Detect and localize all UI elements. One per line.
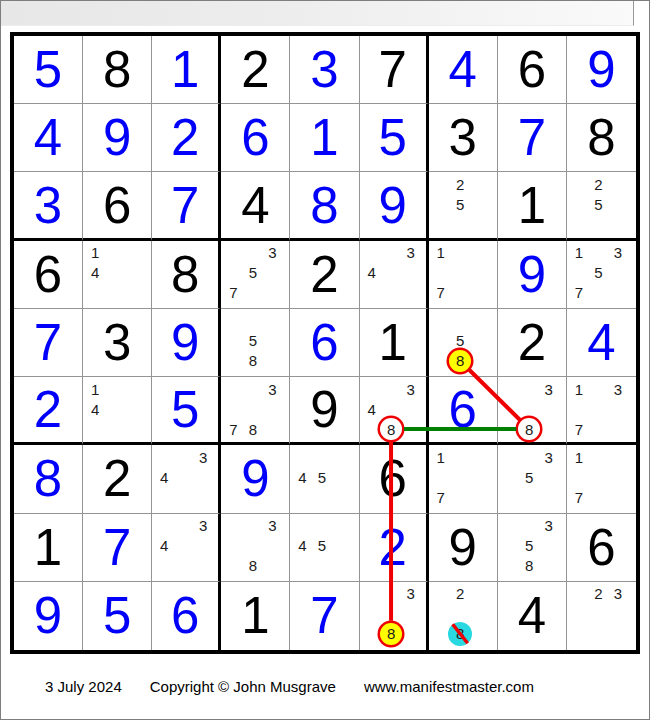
cell-r1c4[interactable]: 2 (221, 36, 290, 104)
solved-digit: 6 (221, 104, 289, 171)
candidate-digit: 3 (262, 379, 282, 399)
candidate-digit: 3 (262, 516, 282, 536)
solved-digit: 5 (83, 582, 151, 650)
given-digit: 8 (152, 241, 218, 308)
solved-digit: 7 (14, 309, 82, 376)
cell-r4c6[interactable]: 34 (360, 241, 429, 309)
cell-r3c1[interactable]: 3 (14, 172, 83, 240)
solved-digit: 9 (14, 582, 82, 650)
candidate-digit: 5 (243, 331, 263, 351)
cell-r1c9[interactable]: 9 (567, 36, 636, 104)
footer-website: www.manifestmaster.com (364, 678, 534, 695)
given-digit: 3 (83, 309, 151, 376)
given-digit: 8 (567, 104, 636, 171)
solved-digit: 6 (152, 582, 218, 650)
cell-r7c6[interactable]: 6 (360, 445, 429, 513)
footer-copyright: Copyright © John Musgrave (150, 678, 336, 695)
candidate-digit: 8 (518, 418, 540, 440)
candidate-digit: 7 (431, 487, 451, 507)
candidate-digit: 8 (243, 419, 263, 439)
sudoku-board-area: 5812374694926153783674892512561483572341… (10, 32, 640, 654)
solved-digit: 7 (83, 514, 151, 581)
candidate-digit: 5 (450, 194, 470, 214)
candidate-digit: 7 (223, 419, 243, 439)
candidate-digit: 3 (401, 379, 421, 399)
cell-r2c4[interactable]: 6 (221, 104, 290, 172)
candidate-digit: 7 (569, 487, 589, 507)
cell-r4c8[interactable]: 9 (498, 241, 567, 309)
cell-r9c4[interactable]: 1 (221, 582, 290, 650)
solved-digit: 6 (429, 377, 497, 442)
candidate-digit: 4 (292, 536, 312, 556)
solved-digit: 4 (567, 309, 636, 376)
given-digit: 6 (567, 514, 636, 581)
cell-r7c3[interactable]: 34 (152, 445, 221, 513)
solved-digit: 9 (360, 172, 426, 237)
cell-r5c5[interactable]: 6 (290, 309, 359, 377)
cell-r6c2[interactable]: 14 (83, 377, 152, 445)
candidate-digit: 8 (243, 351, 263, 371)
solved-digit: 6 (290, 309, 358, 376)
candidate-digit: 7 (569, 419, 589, 439)
cell-r8c9[interactable]: 6 (567, 514, 636, 582)
candidate-digit: 3 (539, 447, 559, 467)
solved-digit: 9 (152, 309, 218, 376)
candidate-digit: 3 (608, 379, 628, 399)
candidate-digit: 8 (380, 418, 402, 440)
solved-digit: 3 (14, 172, 82, 237)
solved-digit: 7 (152, 172, 218, 237)
candidate-digit: 8 (448, 622, 472, 646)
given-digit: 2 (290, 241, 358, 308)
cell-r7c4[interactable]: 9 (221, 445, 290, 513)
candidate-digit: 1 (85, 243, 105, 263)
given-digit: 2 (221, 36, 289, 103)
cell-r2c8[interactable]: 7 (498, 104, 567, 172)
given-digit: 2 (498, 309, 566, 376)
cell-r6c6[interactable]: 348 (360, 377, 429, 445)
cell-r2c1[interactable]: 4 (14, 104, 83, 172)
candidate-digit: 8 (243, 556, 263, 576)
cell-r4c3[interactable]: 8 (152, 241, 221, 309)
cell-r6c4[interactable]: 378 (221, 377, 290, 445)
candidate-digit: 3 (608, 243, 628, 263)
candidate-digit: 1 (569, 243, 589, 263)
candidate-digit: 3 (401, 243, 421, 263)
cell-r9c1[interactable]: 9 (14, 582, 83, 650)
footer-date: 3 July 2024 (45, 678, 122, 695)
cell-r2c2[interactable]: 9 (83, 104, 152, 172)
given-digit: 4 (221, 172, 289, 237)
candidate-digit: 8 (380, 623, 402, 645)
cell-r8c1[interactable]: 1 (14, 514, 83, 582)
solved-digit: 2 (14, 377, 82, 442)
candidate-digit: 2 (588, 174, 608, 194)
cell-r9c8[interactable]: 4 (498, 582, 567, 650)
cell-r9c5[interactable]: 7 (290, 582, 359, 650)
sudoku-app-page: 5812374694926153783674892512561483572341… (0, 0, 650, 720)
cell-r7c5[interactable]: 45 (290, 445, 359, 513)
given-digit: 6 (14, 241, 82, 308)
candidate-digit: 3 (608, 584, 628, 604)
cell-r7c7[interactable]: 17 (429, 445, 498, 513)
candidate-digit: 3 (262, 243, 282, 263)
solved-digit: 1 (290, 104, 358, 171)
candidate-digit: 2 (588, 584, 608, 604)
cell-r6c9[interactable]: 137 (567, 377, 636, 445)
candidate-digit: 3 (193, 516, 213, 536)
cell-r4c4[interactable]: 357 (221, 241, 290, 309)
candidate-digit: 5 (450, 331, 470, 351)
cell-r2c9[interactable]: 8 (567, 104, 636, 172)
candidate-digit: 1 (85, 379, 105, 399)
candidate-digit: 5 (243, 263, 263, 283)
cell-r4c1[interactable]: 6 (14, 241, 83, 309)
cell-r4c5[interactable]: 2 (290, 241, 359, 309)
candidate-digit: 4 (362, 263, 382, 283)
candidate-digit: 1 (569, 379, 589, 399)
solved-digit: 4 (429, 36, 497, 103)
cell-r2c7[interactable]: 3 (429, 104, 498, 172)
cell-r8c4[interactable]: 38 (221, 514, 290, 582)
given-digit: 1 (360, 309, 426, 376)
solved-digit: 5 (152, 377, 218, 442)
solved-digit: 9 (498, 241, 566, 308)
given-digit: 6 (498, 36, 566, 103)
solved-digit: 8 (14, 445, 82, 512)
cell-r3c5[interactable]: 8 (290, 172, 359, 240)
candidate-digit: 7 (431, 283, 451, 303)
solved-digit: 2 (152, 104, 218, 171)
cell-r2c5[interactable]: 1 (290, 104, 359, 172)
cell-r7c2[interactable]: 2 (83, 445, 152, 513)
cell-r8c5[interactable]: 45 (290, 514, 359, 582)
candidate-digit: 5 (312, 536, 332, 556)
cell-r5c1[interactable]: 7 (14, 309, 83, 377)
cell-r3c7[interactable]: 25 (429, 172, 498, 240)
solved-digit: 8 (290, 172, 358, 237)
given-digit: 7 (360, 36, 426, 103)
cell-r6c7[interactable]: 6 (429, 377, 498, 445)
cell-r6c8[interactable]: 38 (498, 377, 567, 445)
candidate-digit: 1 (431, 243, 451, 263)
candidate-digit: 4 (292, 467, 312, 487)
cell-r5c8[interactable]: 2 (498, 309, 567, 377)
cell-r1c6[interactable]: 7 (360, 36, 429, 104)
solved-digit: 9 (83, 104, 151, 171)
cell-r8c6[interactable]: 2 (360, 514, 429, 582)
cell-r1c7[interactable]: 4 (429, 36, 498, 104)
cell-r8c2[interactable]: 7 (83, 514, 152, 582)
cell-r3c3[interactable]: 7 (152, 172, 221, 240)
cell-r9c7[interactable]: 28 (429, 582, 498, 650)
sudoku-board: 5812374694926153783674892512561483572341… (10, 32, 640, 654)
footer: 3 July 2024Copyright © John Musgravewww.… (1, 678, 649, 695)
solved-digit: 3 (290, 36, 358, 103)
cell-r1c2[interactable]: 8 (83, 36, 152, 104)
solved-digit: 5 (360, 104, 426, 171)
cell-r6c3[interactable]: 5 (152, 377, 221, 445)
given-digit: 9 (290, 377, 358, 442)
given-digit: 1 (498, 172, 566, 237)
cell-r3c2[interactable]: 6 (83, 172, 152, 240)
given-digit: 8 (83, 36, 151, 103)
candidate-digit: 1 (569, 447, 589, 467)
candidate-digit: 4 (85, 263, 105, 283)
cell-r5c3[interactable]: 9 (152, 309, 221, 377)
cell-r2c3[interactable]: 2 (152, 104, 221, 172)
given-digit: 1 (221, 582, 289, 650)
cell-r9c3[interactable]: 6 (152, 582, 221, 650)
candidate-digit: 4 (85, 399, 105, 419)
cell-r8c7[interactable]: 9 (429, 514, 498, 582)
candidate-digit: 7 (569, 283, 589, 303)
solved-digit: 9 (221, 445, 289, 512)
cell-r4c2[interactable]: 14 (83, 241, 152, 309)
cell-r4c7[interactable]: 17 (429, 241, 498, 309)
given-digit: 4 (498, 582, 566, 650)
cell-r1c8[interactable]: 6 (498, 36, 567, 104)
cell-r5c7[interactable]: 58 (429, 309, 498, 377)
cell-r3c4[interactable]: 4 (221, 172, 290, 240)
cell-r7c9[interactable]: 17 (567, 445, 636, 513)
candidate-digit: 8 (449, 350, 471, 372)
cell-r8c3[interactable]: 34 (152, 514, 221, 582)
solved-digit: 2 (360, 514, 426, 581)
window-toolbar-strip (1, 1, 634, 26)
solved-digit: 9 (567, 36, 636, 103)
cell-r9c6[interactable]: 38 (360, 582, 429, 650)
candidate-digit: 5 (519, 467, 539, 487)
given-digit: 2 (83, 445, 151, 512)
candidate-digit: 4 (154, 467, 174, 487)
candidate-digit: 3 (539, 516, 559, 536)
cell-r5c2[interactable]: 3 (83, 309, 152, 377)
candidate-digit: 3 (401, 584, 421, 604)
solved-digit: 7 (498, 104, 566, 171)
cell-r1c3[interactable]: 1 (152, 36, 221, 104)
cell-r9c2[interactable]: 5 (83, 582, 152, 650)
candidate-digit: 7 (223, 283, 243, 303)
cell-r3c6[interactable]: 9 (360, 172, 429, 240)
solved-digit: 5 (14, 36, 82, 103)
cell-r1c1[interactable]: 5 (14, 36, 83, 104)
given-digit: 3 (429, 104, 497, 171)
cell-r1c5[interactable]: 3 (290, 36, 359, 104)
cell-r7c1[interactable]: 8 (14, 445, 83, 513)
cell-r4c9[interactable]: 1357 (567, 241, 636, 309)
candidate-digit: 5 (312, 467, 332, 487)
cell-r5c4[interactable]: 58 (221, 309, 290, 377)
cell-r6c5[interactable]: 9 (290, 377, 359, 445)
cell-r5c9[interactable]: 4 (567, 309, 636, 377)
solved-digit: 1 (152, 36, 218, 103)
given-digit: 6 (360, 445, 426, 512)
candidate-digit: 8 (519, 556, 539, 576)
candidate-digit: 3 (539, 379, 559, 399)
candidate-digit: 2 (450, 174, 470, 194)
cell-r9c9[interactable]: 23 (567, 582, 636, 650)
candidate-digit: 2 (450, 584, 470, 604)
candidate-digit: 4 (154, 536, 174, 556)
cell-r6c1[interactable]: 2 (14, 377, 83, 445)
candidate-digit: 3 (193, 447, 213, 467)
cell-r3c9[interactable]: 25 (567, 172, 636, 240)
given-digit: 1 (14, 514, 82, 581)
cell-r5c6[interactable]: 1 (360, 309, 429, 377)
cell-r3c8[interactable]: 1 (498, 172, 567, 240)
cell-r7c8[interactable]: 35 (498, 445, 567, 513)
given-digit: 6 (83, 172, 151, 237)
cell-r2c6[interactable]: 5 (360, 104, 429, 172)
candidate-digit: 1 (431, 447, 451, 467)
candidate-digit: 5 (588, 194, 608, 214)
given-digit: 9 (429, 514, 497, 581)
solved-digit: 7 (290, 582, 358, 650)
cell-r8c8[interactable]: 358 (498, 514, 567, 582)
candidate-digit: 5 (519, 536, 539, 556)
solved-digit: 4 (14, 104, 82, 171)
candidate-digit: 4 (362, 399, 382, 419)
candidate-digit: 5 (588, 263, 608, 283)
